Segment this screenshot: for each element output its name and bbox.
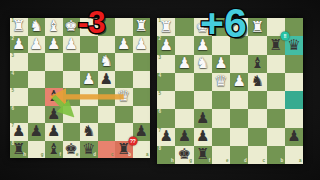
black-pawn[interactable]: ♟ bbox=[100, 72, 113, 87]
black-queen[interactable]: ♛ bbox=[82, 142, 95, 157]
black-pawn[interactable]: ♟ bbox=[287, 129, 300, 144]
square-a2[interactable]: ♟ bbox=[133, 36, 151, 54]
rank-label-3: 3 bbox=[12, 54, 15, 59]
black-pawn[interactable]: ♟ bbox=[47, 124, 60, 139]
white-bishop[interactable]: ♝ bbox=[47, 19, 60, 34]
square-g1[interactable] bbox=[175, 18, 193, 36]
square-b8[interactable]: b bbox=[267, 146, 285, 164]
square-g4[interactable] bbox=[175, 73, 193, 91]
square-e6[interactable] bbox=[212, 109, 230, 127]
square-d4[interactable]: ♟ bbox=[230, 73, 248, 91]
square-g6[interactable] bbox=[28, 106, 46, 124]
square-e3[interactable]: ♟ bbox=[212, 55, 230, 73]
square-b6[interactable] bbox=[267, 109, 285, 127]
square-c4[interactable]: ♟ bbox=[98, 71, 116, 89]
square-g7[interactable]: ♟ bbox=[28, 123, 46, 141]
rank-label-6: 6 bbox=[12, 107, 15, 112]
square-h8[interactable]: 8h bbox=[157, 146, 175, 164]
square-g3[interactable]: ♟ bbox=[175, 55, 193, 73]
square-g1[interactable]: ♞ bbox=[28, 18, 46, 36]
white-knight[interactable]: ♞ bbox=[196, 56, 209, 71]
black-pawn[interactable]: ♟ bbox=[47, 107, 60, 122]
square-h5[interactable]: 5 bbox=[10, 88, 28, 106]
square-g4[interactable] bbox=[28, 71, 46, 89]
black-queen[interactable]: ♛ bbox=[287, 38, 300, 53]
rank-label-5: 5 bbox=[12, 89, 15, 94]
square-c4[interactable]: ♞ bbox=[248, 73, 266, 91]
black-pawn[interactable]: ♟ bbox=[178, 129, 191, 144]
white-pawn[interactable]: ♟ bbox=[12, 37, 25, 52]
file-label-d: d bbox=[244, 159, 247, 164]
black-rook[interactable]: ♜ bbox=[12, 142, 25, 157]
white-queen[interactable]: ♛ bbox=[117, 89, 130, 104]
file-label-c: c bbox=[111, 153, 114, 158]
square-d6[interactable] bbox=[230, 109, 248, 127]
square-g8[interactable]: ♚g bbox=[175, 146, 193, 164]
square-d7[interactable]: ♞ bbox=[80, 123, 98, 141]
square-f7[interactable]: ♟ bbox=[45, 123, 63, 141]
black-knight[interactable]: ♞ bbox=[82, 124, 95, 139]
white-king[interactable]: ♚ bbox=[65, 19, 78, 34]
square-g3[interactable] bbox=[28, 53, 46, 71]
square-f4[interactable] bbox=[194, 73, 212, 91]
left-eval-label: -3 bbox=[78, 5, 106, 41]
white-rook[interactable]: ♜ bbox=[135, 19, 148, 34]
black-rook[interactable]: ♜ bbox=[269, 38, 282, 53]
square-a3[interactable] bbox=[133, 53, 151, 71]
rank-label-3: 3 bbox=[159, 56, 162, 61]
square-d5[interactable] bbox=[230, 91, 248, 109]
square-h5[interactable]: 5 bbox=[157, 91, 175, 109]
square-f8[interactable]: ♜f bbox=[194, 146, 212, 164]
square-c1[interactable]: ♜ bbox=[248, 18, 266, 36]
square-c6[interactable] bbox=[248, 109, 266, 127]
square-a5[interactable] bbox=[133, 88, 151, 106]
black-pawn[interactable]: ♟ bbox=[159, 129, 172, 144]
rank-label-5: 5 bbox=[159, 92, 162, 97]
white-pawn[interactable]: ♟ bbox=[135, 37, 148, 52]
file-label-b: b bbox=[281, 159, 284, 164]
white-pawn[interactable]: ♟ bbox=[82, 72, 95, 87]
square-e4[interactable] bbox=[63, 71, 81, 89]
square-a1[interactable]: ♜ bbox=[133, 18, 151, 36]
file-label-a: a bbox=[146, 153, 149, 158]
square-g6[interactable] bbox=[175, 109, 193, 127]
square-f5[interactable] bbox=[194, 91, 212, 109]
square-h1[interactable]: ♜1 bbox=[157, 18, 175, 36]
square-b5[interactable]: ♛ bbox=[115, 88, 133, 106]
square-b3[interactable] bbox=[115, 53, 133, 71]
square-b4[interactable] bbox=[267, 73, 285, 91]
rank-label-6: 6 bbox=[159, 110, 162, 115]
file-label-h: h bbox=[171, 159, 174, 164]
white-pawn[interactable]: ♟ bbox=[47, 37, 60, 52]
white-pawn[interactable]: ♟ bbox=[159, 38, 172, 53]
square-b7[interactable] bbox=[267, 128, 285, 146]
square-e3[interactable] bbox=[63, 53, 81, 71]
square-h6[interactable]: 6 bbox=[10, 106, 28, 124]
square-e8[interactable]: e bbox=[212, 146, 230, 164]
square-c7[interactable] bbox=[98, 123, 116, 141]
rank-label-4: 4 bbox=[12, 72, 15, 77]
square-f5[interactable]: ♝ bbox=[45, 88, 63, 106]
square-d5[interactable] bbox=[80, 88, 98, 106]
black-rook[interactable]: ♜ bbox=[196, 147, 209, 162]
square-d3[interactable] bbox=[80, 53, 98, 71]
black-pawn[interactable]: ♟ bbox=[12, 124, 25, 139]
square-c5[interactable] bbox=[98, 88, 116, 106]
square-h2[interactable]: ♟2 bbox=[10, 36, 28, 54]
square-g2[interactable] bbox=[175, 36, 193, 54]
square-h7[interactable]: ♟7 bbox=[10, 123, 28, 141]
white-pawn[interactable]: ♟ bbox=[178, 56, 191, 71]
black-bishop[interactable]: ♝ bbox=[251, 56, 264, 71]
square-c3[interactable]: ♞ bbox=[98, 53, 116, 71]
file-label-a: a bbox=[299, 159, 302, 164]
white-rook[interactable]: ♜ bbox=[12, 19, 25, 34]
square-h3[interactable]: 3 bbox=[157, 55, 175, 73]
black-knight[interactable]: ♞ bbox=[251, 74, 264, 89]
square-d3[interactable] bbox=[230, 55, 248, 73]
right-eval-label: +6 bbox=[200, 0, 247, 47]
black-pawn[interactable]: ♟ bbox=[196, 129, 209, 144]
square-a4[interactable] bbox=[285, 73, 303, 91]
black-pawn[interactable]: ♟ bbox=[135, 124, 148, 139]
square-g5[interactable] bbox=[28, 88, 46, 106]
white-knight[interactable]: ♞ bbox=[30, 19, 43, 34]
blunder-move-badge: ?? bbox=[128, 136, 137, 145]
square-b5[interactable] bbox=[267, 91, 285, 109]
square-h2[interactable]: ♟2 bbox=[157, 36, 175, 54]
square-a6[interactable] bbox=[133, 106, 151, 124]
square-f8[interactable]: ♝f bbox=[45, 141, 63, 159]
square-h3[interactable]: 3 bbox=[10, 53, 28, 71]
white-pawn[interactable]: ♟ bbox=[65, 37, 78, 52]
square-f7[interactable]: ♟ bbox=[194, 128, 212, 146]
square-h8[interactable]: ♜8h bbox=[10, 141, 28, 159]
white-knight[interactable]: ♞ bbox=[100, 54, 113, 69]
square-c3[interactable]: ♝ bbox=[248, 55, 266, 73]
black-pawn[interactable]: ♟ bbox=[196, 111, 209, 126]
file-label-g: g bbox=[41, 153, 44, 158]
square-g5[interactable] bbox=[175, 91, 193, 109]
file-label-c: c bbox=[262, 159, 265, 164]
white-rook[interactable]: ♜ bbox=[251, 20, 264, 35]
square-c7[interactable] bbox=[248, 128, 266, 146]
square-g7[interactable]: ♟ bbox=[175, 128, 193, 146]
square-c5[interactable] bbox=[248, 91, 266, 109]
square-e7[interactable] bbox=[63, 123, 81, 141]
white-pawn[interactable]: ♟ bbox=[214, 56, 227, 71]
white-pawn[interactable]: ♟ bbox=[117, 37, 130, 52]
square-a8[interactable]: a bbox=[285, 146, 303, 164]
square-a6[interactable] bbox=[285, 109, 303, 127]
square-h4[interactable]: 4 bbox=[10, 71, 28, 89]
black-king[interactable]: ♚ bbox=[178, 147, 191, 162]
square-f6[interactable]: ♟ bbox=[194, 109, 212, 127]
square-c8[interactable]: c bbox=[248, 146, 266, 164]
square-d7[interactable] bbox=[230, 128, 248, 146]
square-d4[interactable]: ♟ bbox=[80, 71, 98, 89]
square-c6[interactable] bbox=[98, 106, 116, 124]
square-d6[interactable] bbox=[80, 106, 98, 124]
file-label-e: e bbox=[226, 159, 229, 164]
square-h7[interactable]: ♟7 bbox=[157, 128, 175, 146]
square-f4[interactable] bbox=[45, 71, 63, 89]
square-f3[interactable]: ♞ bbox=[194, 55, 212, 73]
white-queen[interactable]: ♛ bbox=[214, 74, 227, 89]
square-g2[interactable]: ♟ bbox=[28, 36, 46, 54]
square-e7[interactable] bbox=[212, 128, 230, 146]
black-bishop[interactable]: ♝ bbox=[47, 89, 60, 104]
black-pawn[interactable]: ♟ bbox=[30, 124, 43, 139]
square-d8[interactable]: ♛d bbox=[80, 141, 98, 159]
square-a4[interactable] bbox=[133, 71, 151, 89]
square-a5[interactable] bbox=[285, 91, 303, 109]
black-rook[interactable]: ♜ bbox=[117, 142, 130, 157]
square-f3[interactable] bbox=[45, 53, 63, 71]
square-h1[interactable]: ♜1 bbox=[10, 18, 28, 36]
rank-label-8: 8 bbox=[159, 147, 162, 152]
square-f1[interactable]: ♝ bbox=[45, 18, 63, 36]
square-h6[interactable]: 6 bbox=[157, 109, 175, 127]
square-b6[interactable] bbox=[115, 106, 133, 124]
black-bishop[interactable]: ♝ bbox=[47, 142, 60, 157]
square-f6[interactable]: ♟ bbox=[45, 106, 63, 124]
square-h4[interactable]: 4 bbox=[157, 73, 175, 91]
video-frame: ♜1♞♝♚♜♟2♟♟♟♟♟3♞4♟♟5♝♛6♟♟7♟♟♞♟♜8hg♝f♚e♛dc… bbox=[0, 0, 320, 180]
square-d8[interactable]: d bbox=[230, 146, 248, 164]
square-a3[interactable] bbox=[285, 55, 303, 73]
square-e5[interactable] bbox=[63, 88, 81, 106]
square-e6[interactable] bbox=[63, 106, 81, 124]
brilliant-move-badge: !! bbox=[280, 32, 289, 41]
rank-label-4: 4 bbox=[159, 74, 162, 79]
white-rook[interactable]: ♜ bbox=[159, 20, 172, 35]
square-c8[interactable]: c bbox=[98, 141, 116, 159]
white-pawn[interactable]: ♟ bbox=[232, 74, 245, 89]
square-e5[interactable] bbox=[212, 91, 230, 109]
square-b1[interactable] bbox=[115, 18, 133, 36]
square-f2[interactable]: ♟ bbox=[45, 36, 63, 54]
white-pawn[interactable]: ♟ bbox=[30, 37, 43, 52]
square-b4[interactable] bbox=[115, 71, 133, 89]
square-c2[interactable] bbox=[248, 36, 266, 54]
black-king[interactable]: ♚ bbox=[65, 142, 78, 157]
square-a7[interactable]: ♟ bbox=[285, 128, 303, 146]
square-e4[interactable]: ♛ bbox=[212, 73, 230, 91]
square-g8[interactable]: g bbox=[28, 141, 46, 159]
square-b3[interactable] bbox=[267, 55, 285, 73]
square-e8[interactable]: ♚e bbox=[63, 141, 81, 159]
square-b2[interactable]: ♟ bbox=[115, 36, 133, 54]
